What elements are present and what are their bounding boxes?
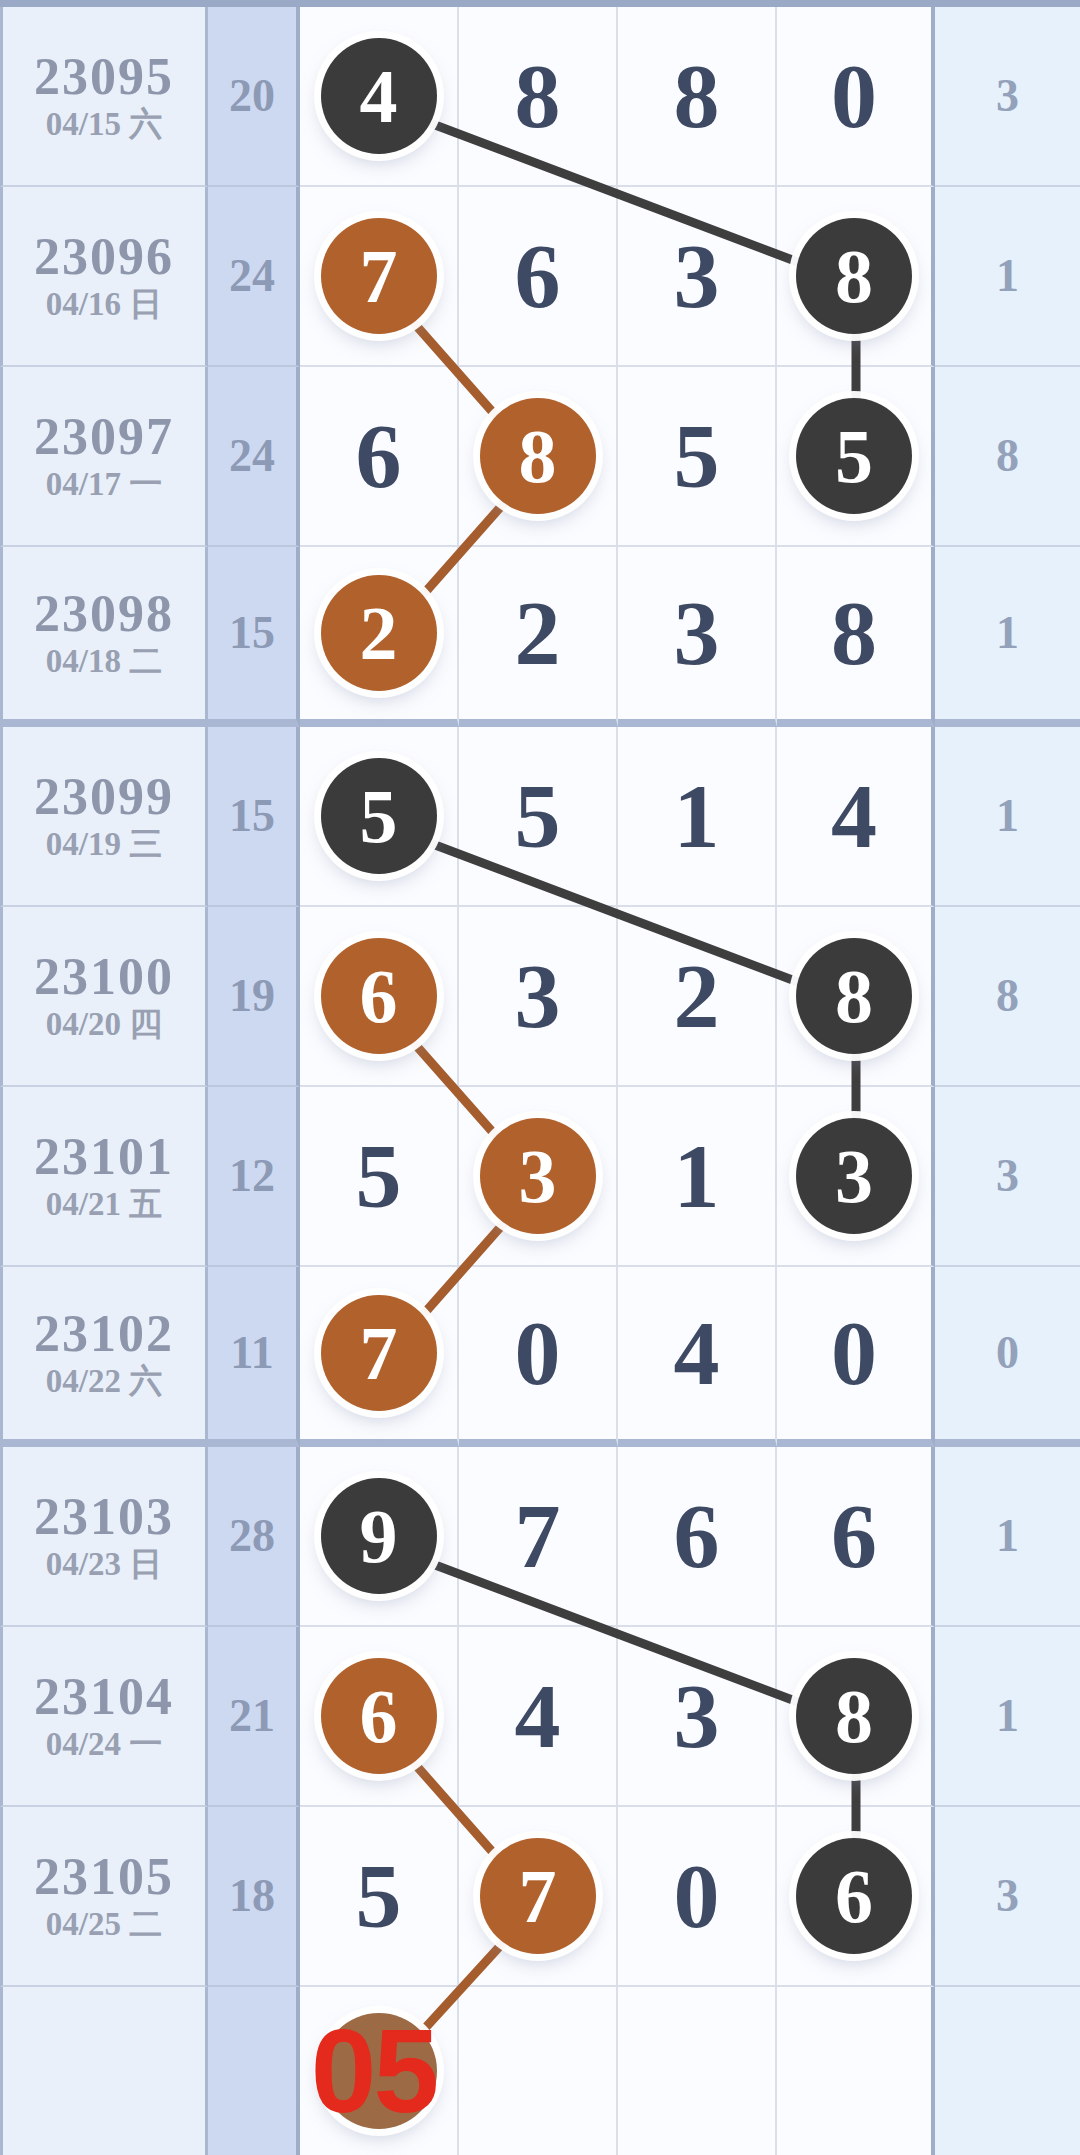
digit-cell: 6 bbox=[300, 367, 459, 547]
digit-cell: 5 bbox=[618, 367, 777, 547]
digit-cell: 8 bbox=[777, 547, 935, 727]
tail-cell bbox=[935, 1987, 1080, 2155]
digit-cell: 1 bbox=[618, 727, 777, 907]
sum-value: 24 bbox=[229, 433, 275, 479]
digit-cell: 7 bbox=[300, 187, 459, 367]
circle-digit-value: 2 bbox=[360, 595, 398, 671]
digit-cell: 0 bbox=[618, 1807, 777, 1987]
period-cell: 2310004/20 四 bbox=[0, 907, 208, 1087]
draw-row: 2310404/24 一2164381 bbox=[0, 1627, 1080, 1807]
digit-value: 4 bbox=[674, 1307, 720, 1399]
digit-value: 4 bbox=[831, 770, 877, 862]
digit-cell: 8 bbox=[777, 907, 935, 1087]
draw-row: 2309804/18 二1522381 bbox=[0, 547, 1080, 727]
period-number: 23099 bbox=[34, 771, 174, 823]
digit-value: 0 bbox=[831, 50, 877, 142]
draw-row: 2309904/19 三1555141 bbox=[0, 727, 1080, 907]
sum-value: 12 bbox=[229, 1153, 275, 1199]
digit-circle-brown: 7 bbox=[480, 1838, 596, 1954]
digit-cell: 5 bbox=[777, 367, 935, 547]
digit-value: 8 bbox=[831, 587, 877, 679]
circle-digit-value: 7 bbox=[519, 1858, 557, 1934]
draw-row: 2310204/22 六1170400 bbox=[0, 1267, 1080, 1447]
digit-value: 3 bbox=[674, 230, 720, 322]
tail-cell: 3 bbox=[935, 1087, 1080, 1267]
trend-chart: 2309504/15 六20488032309604/16 日247638123… bbox=[0, 0, 1080, 2155]
digit-value: 4 bbox=[515, 1670, 561, 1762]
digit-value: 5 bbox=[515, 770, 561, 862]
circle-digit-value: 3 bbox=[519, 1138, 557, 1214]
circle-digit-value: 6 bbox=[360, 958, 398, 1034]
digit-circle-dark: 3 bbox=[796, 1118, 912, 1234]
period-cell: 2309904/19 三 bbox=[0, 727, 208, 907]
digit-cell: 3 bbox=[777, 1087, 935, 1267]
digit-cell: 4 bbox=[459, 1627, 618, 1807]
tail-value: 1 bbox=[996, 1513, 1019, 1559]
circle-digit-value: 3 bbox=[835, 1138, 873, 1214]
tail-cell: 1 bbox=[935, 727, 1080, 907]
draw-date: 04/16 日 bbox=[46, 287, 162, 322]
digit-value: 6 bbox=[674, 1490, 720, 1582]
period-number: 23104 bbox=[34, 1671, 174, 1723]
period-number: 23095 bbox=[34, 51, 174, 103]
period-number: 23096 bbox=[34, 231, 174, 283]
sum-value: 11 bbox=[230, 1330, 273, 1376]
digit-circle-brown: 7 bbox=[321, 218, 437, 334]
digit-cell: 3 bbox=[618, 187, 777, 367]
digit-circle-dark: 5 bbox=[321, 758, 437, 874]
digit-value: 3 bbox=[515, 950, 561, 1042]
period-number: 23103 bbox=[34, 1491, 174, 1543]
period-number: 23098 bbox=[34, 588, 174, 640]
digit-value: 3 bbox=[674, 1670, 720, 1762]
draw-date: 04/17 一 bbox=[46, 467, 162, 502]
digit-cell: 3 bbox=[459, 907, 618, 1087]
digit-value: 0 bbox=[831, 1307, 877, 1399]
digit-cell: 6 bbox=[777, 1447, 935, 1627]
prediction-number: 05 bbox=[311, 2012, 436, 2130]
sum-cell: 20 bbox=[208, 7, 300, 187]
digit-value: 1 bbox=[674, 1130, 720, 1222]
tail-cell: 1 bbox=[935, 1627, 1080, 1807]
digit-circle-dark: 8 bbox=[796, 218, 912, 334]
tail-cell: 8 bbox=[935, 367, 1080, 547]
draw-date: 04/15 六 bbox=[46, 107, 162, 142]
digit-cell: 9 bbox=[300, 1447, 459, 1627]
draw-row: 2310004/20 四1963288 bbox=[0, 907, 1080, 1087]
sum-cell: 24 bbox=[208, 187, 300, 367]
period-cell: 2309704/17 一 bbox=[0, 367, 208, 547]
digit-cell: 8 bbox=[777, 187, 935, 367]
draw-row: 2309704/17 一2468558 bbox=[0, 367, 1080, 547]
digit-value: 7 bbox=[515, 1490, 561, 1582]
digit-cell: 05 bbox=[300, 1987, 459, 2155]
digit-circle-brown: 2 bbox=[321, 575, 437, 691]
tail-value: 1 bbox=[996, 253, 1019, 299]
sum-cell: 11 bbox=[208, 1267, 300, 1447]
tail-cell: 1 bbox=[935, 547, 1080, 727]
tail-cell: 3 bbox=[935, 7, 1080, 187]
digit-cell: 1 bbox=[618, 1087, 777, 1267]
digit-value: 2 bbox=[515, 587, 561, 679]
period-cell: 2309804/18 二 bbox=[0, 547, 208, 727]
sum-value: 18 bbox=[229, 1873, 275, 1919]
sum-value: 19 bbox=[229, 973, 275, 1019]
period-cell: 2310204/22 六 bbox=[0, 1267, 208, 1447]
digit-cell: 4 bbox=[777, 727, 935, 907]
sum-value: 24 bbox=[229, 253, 275, 299]
draw-date: 04/25 二 bbox=[46, 1907, 162, 1942]
digit-circle-dark: 4 bbox=[321, 38, 437, 154]
digit-circle-brown: 3 bbox=[480, 1118, 596, 1234]
digit-circle-brown: 7 bbox=[321, 1295, 437, 1411]
digit-cell: 5 bbox=[459, 727, 618, 907]
digit-value: 3 bbox=[674, 587, 720, 679]
tail-value: 3 bbox=[996, 1153, 1019, 1199]
digit-circle-brown: 6 bbox=[321, 1658, 437, 1774]
tail-cell: 1 bbox=[935, 1447, 1080, 1627]
period-cell bbox=[0, 1987, 208, 2155]
digit-circle-dark: 8 bbox=[796, 938, 912, 1054]
circle-digit-value: 8 bbox=[835, 958, 873, 1034]
draw-row: 2309604/16 日2476381 bbox=[0, 187, 1080, 367]
digit-cell: 3 bbox=[618, 547, 777, 727]
digit-cell: 0 bbox=[777, 1267, 935, 1447]
tail-value: 1 bbox=[996, 1693, 1019, 1739]
tail-value: 1 bbox=[996, 610, 1019, 656]
digit-cell: 3 bbox=[618, 1627, 777, 1807]
circle-digit-value: 8 bbox=[519, 418, 557, 494]
period-cell: 2309604/16 日 bbox=[0, 187, 208, 367]
sum-cell: 15 bbox=[208, 727, 300, 907]
digit-value: 8 bbox=[674, 50, 720, 142]
digit-cell: 2 bbox=[459, 547, 618, 727]
draw-row: 2310504/25 二1857063 bbox=[0, 1807, 1080, 1987]
digit-value: 2 bbox=[674, 950, 720, 1042]
sum-value: 15 bbox=[229, 610, 275, 656]
sum-value: 20 bbox=[229, 73, 275, 119]
tail-value: 0 bbox=[996, 1330, 1019, 1376]
period-cell: 2310304/23 日 bbox=[0, 1447, 208, 1627]
tail-value: 1 bbox=[996, 793, 1019, 839]
tail-cell: 3 bbox=[935, 1807, 1080, 1987]
prediction-row: 05 bbox=[0, 1987, 1080, 2155]
digit-cell: 2 bbox=[300, 547, 459, 727]
circle-digit-value: 6 bbox=[360, 1678, 398, 1754]
period-number: 23097 bbox=[34, 411, 174, 463]
digit-cell: 5 bbox=[300, 1087, 459, 1267]
digit-circle-dark: 6 bbox=[796, 1838, 912, 1954]
digit-cell: 4 bbox=[618, 1267, 777, 1447]
draw-date: 04/18 二 bbox=[46, 644, 162, 679]
period-number: 23101 bbox=[34, 1131, 174, 1183]
sum-cell: 12 bbox=[208, 1087, 300, 1267]
digit-circle-brown: 6 bbox=[321, 938, 437, 1054]
tail-value: 8 bbox=[996, 433, 1019, 479]
digit-value: 6 bbox=[515, 230, 561, 322]
digit-value: 6 bbox=[356, 410, 402, 502]
digit-circle-brown: 8 bbox=[480, 398, 596, 514]
digit-value: 5 bbox=[356, 1850, 402, 1942]
digit-cell: 6 bbox=[618, 1447, 777, 1627]
draw-date: 04/21 五 bbox=[46, 1187, 162, 1222]
circle-digit-value: 8 bbox=[835, 1678, 873, 1754]
sum-cell: 28 bbox=[208, 1447, 300, 1627]
digit-cell bbox=[777, 1987, 935, 2155]
period-cell: 2309504/15 六 bbox=[0, 7, 208, 187]
digit-cell: 7 bbox=[459, 1807, 618, 1987]
tail-value: 3 bbox=[996, 73, 1019, 119]
digit-cell bbox=[618, 1987, 777, 2155]
circle-digit-value: 8 bbox=[835, 238, 873, 314]
draw-date: 04/24 一 bbox=[46, 1727, 162, 1762]
digit-cell: 8 bbox=[618, 7, 777, 187]
sum-value: 15 bbox=[229, 793, 275, 839]
circle-digit-value: 5 bbox=[360, 778, 398, 854]
digit-cell: 8 bbox=[777, 1627, 935, 1807]
digit-cell: 2 bbox=[618, 907, 777, 1087]
draw-date: 04/23 日 bbox=[46, 1547, 162, 1582]
sum-cell: 19 bbox=[208, 907, 300, 1087]
digit-value: 0 bbox=[515, 1307, 561, 1399]
digit-circle-dark: 8 bbox=[796, 1658, 912, 1774]
digit-cell: 3 bbox=[459, 1087, 618, 1267]
sum-cell: 18 bbox=[208, 1807, 300, 1987]
period-cell: 2310104/21 五 bbox=[0, 1087, 208, 1267]
circle-digit-value: 7 bbox=[360, 238, 398, 314]
digit-value: 5 bbox=[674, 410, 720, 502]
circle-digit-value: 5 bbox=[835, 418, 873, 494]
digit-cell: 6 bbox=[777, 1807, 935, 1987]
circle-digit-value: 7 bbox=[360, 1315, 398, 1391]
sum-value: 21 bbox=[229, 1693, 275, 1739]
circle-digit-value: 6 bbox=[835, 1858, 873, 1934]
digit-value: 8 bbox=[515, 50, 561, 142]
tail-value: 3 bbox=[996, 1873, 1019, 1919]
digit-cell: 7 bbox=[300, 1267, 459, 1447]
draw-date: 04/19 三 bbox=[46, 827, 162, 862]
digit-cell: 6 bbox=[459, 187, 618, 367]
period-number: 23102 bbox=[34, 1308, 174, 1360]
digit-value: 5 bbox=[356, 1130, 402, 1222]
digit-circle-dark: 9 bbox=[321, 1478, 437, 1594]
digit-cell: 5 bbox=[300, 727, 459, 907]
digit-cell: 6 bbox=[300, 907, 459, 1087]
sum-cell bbox=[208, 1987, 300, 2155]
digit-circle-dark: 5 bbox=[796, 398, 912, 514]
digit-cell: 7 bbox=[459, 1447, 618, 1627]
digit-cell: 0 bbox=[459, 1267, 618, 1447]
digit-cell: 8 bbox=[459, 7, 618, 187]
sum-value: 28 bbox=[229, 1513, 275, 1559]
sum-cell: 21 bbox=[208, 1627, 300, 1807]
digit-cell bbox=[459, 1987, 618, 2155]
period-number: 23100 bbox=[34, 951, 174, 1003]
period-cell: 2310504/25 二 bbox=[0, 1807, 208, 1987]
digit-cell: 5 bbox=[300, 1807, 459, 1987]
circle-digit-value: 9 bbox=[360, 1498, 398, 1574]
tail-cell: 1 bbox=[935, 187, 1080, 367]
period-cell: 2310404/24 一 bbox=[0, 1627, 208, 1807]
tail-value: 8 bbox=[996, 973, 1019, 1019]
tail-cell: 8 bbox=[935, 907, 1080, 1087]
draw-row: 2310104/21 五1253133 bbox=[0, 1087, 1080, 1267]
draw-row: 2309504/15 六2048803 bbox=[0, 7, 1080, 187]
digit-cell: 4 bbox=[300, 7, 459, 187]
tail-cell: 0 bbox=[935, 1267, 1080, 1447]
draw-date: 04/22 六 bbox=[46, 1364, 162, 1399]
draw-date: 04/20 四 bbox=[46, 1007, 162, 1042]
circle-digit-value: 4 bbox=[360, 58, 398, 134]
period-number: 23105 bbox=[34, 1851, 174, 1903]
digit-cell: 6 bbox=[300, 1627, 459, 1807]
digit-cell: 0 bbox=[777, 7, 935, 187]
digit-cell: 8 bbox=[459, 367, 618, 547]
digit-value: 6 bbox=[831, 1490, 877, 1582]
draw-row: 2310304/23 日2897661 bbox=[0, 1447, 1080, 1627]
sum-cell: 24 bbox=[208, 367, 300, 547]
digit-value: 1 bbox=[674, 770, 720, 862]
digit-value: 0 bbox=[674, 1850, 720, 1942]
sum-cell: 15 bbox=[208, 547, 300, 727]
